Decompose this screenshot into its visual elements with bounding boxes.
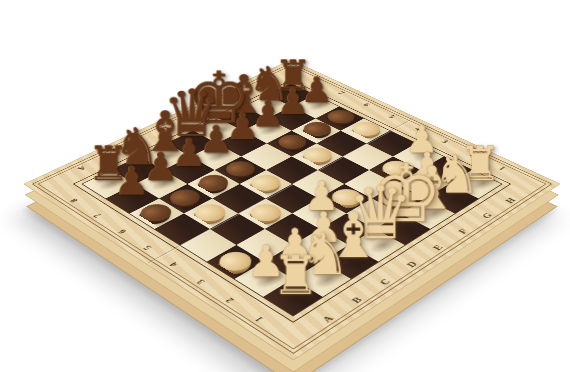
dark-pawn-a7[interactable]: ♟ [97, 163, 168, 200]
scene: ABCDEFGH ABCDEFGH 87654321 87654321 ♜♞♝♛… [0, 0, 570, 372]
chessboard-3d: ABCDEFGH ABCDEFGH 87654321 87654321 ♜♞♝♛… [23, 60, 560, 361]
light-rook-a1[interactable]: ♜ [256, 251, 336, 300]
product-photo-stage: ABCDEFGH ABCDEFGH 87654321 87654321 ♜♞♝♛… [0, 0, 570, 372]
